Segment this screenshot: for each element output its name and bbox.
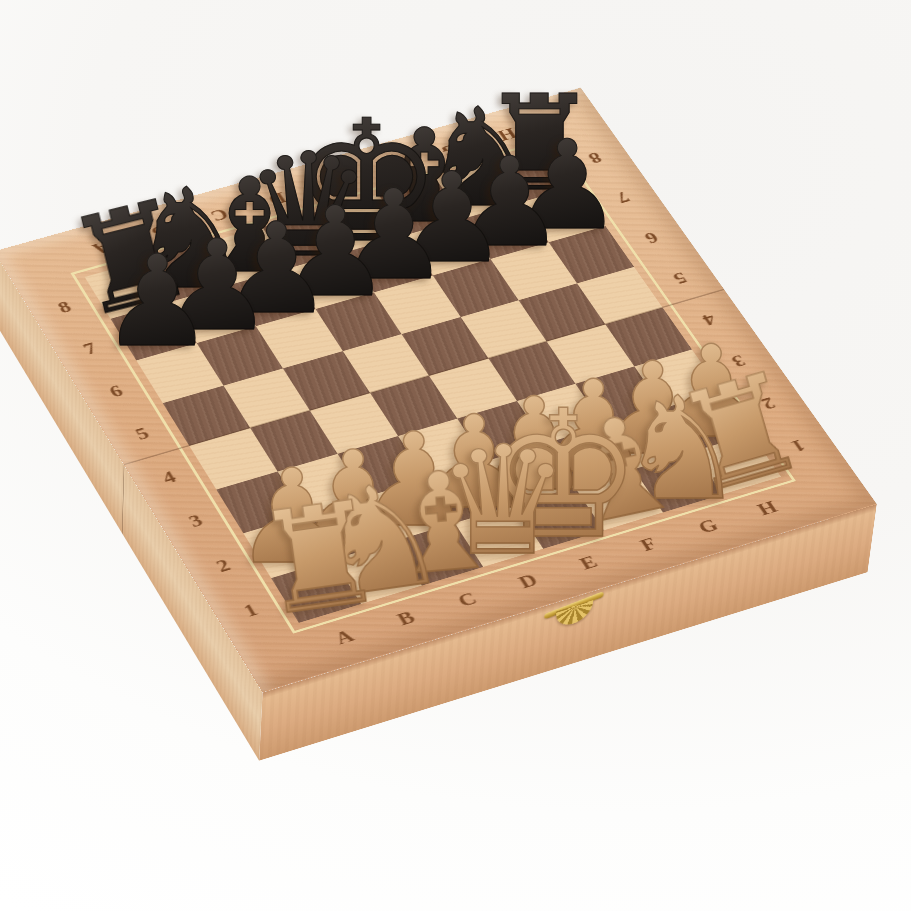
piece-white-rook-a1[interactable]: ♜	[248, 480, 393, 637]
pieces-layer: ♜♞♝♛♚♝♞♜♟♟♟♟♟♟♟♟♟♟♟♟♟♟♟♟♜♞♝♛♚♝♞♜	[0, 0, 911, 911]
piece-black-pawn-a7[interactable]: ♟	[101, 239, 214, 365]
chess-set-photo: AABBCCDDEEFFGGHH8877665544332211 ♜♞♝♛♚♝♞…	[0, 0, 911, 911]
